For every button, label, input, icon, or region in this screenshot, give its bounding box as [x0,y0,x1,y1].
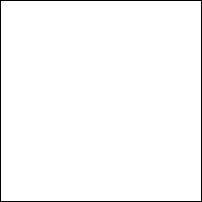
chess-board [0,0,202,202]
